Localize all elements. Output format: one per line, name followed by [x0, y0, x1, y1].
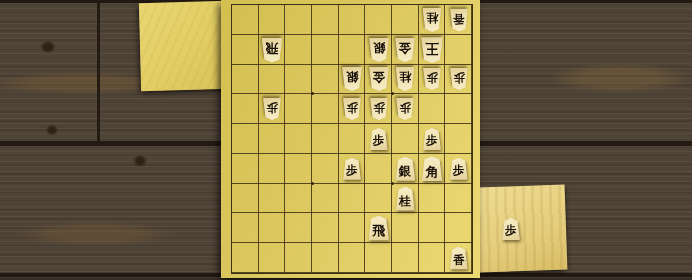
koma-pawn-5f[interactable]: 歩 [343, 158, 361, 180]
shogi-photo-scene: 香桂飛銀金王銀金桂歩歩歩歩歩歩歩歩歩銀角歩桂飛香歩 [0, 0, 692, 280]
koma-glyph: 香 [453, 12, 465, 24]
koma-glyph: 飛 [266, 41, 279, 54]
koma-pawn-4d[interactable]: 歩 [370, 98, 388, 120]
koma-glyph: 銀 [399, 165, 412, 178]
koma-body: 銀 [342, 67, 362, 91]
koma-pawn-2e[interactable]: 歩 [423, 128, 441, 150]
koma-bishop-2f[interactable]: 角 [422, 156, 443, 181]
koma-glyph: 歩 [453, 72, 465, 84]
koma-lance-1i[interactable]: 香 [450, 247, 468, 270]
koma-glyph: 歩 [400, 101, 412, 113]
koma-king-2b[interactable]: 王 [421, 37, 443, 63]
koma-body: 歩 [343, 98, 361, 120]
koma-body: 歩 [423, 68, 441, 90]
koma-body: 歩 [450, 158, 468, 180]
koma-body: 歩 [370, 98, 388, 120]
koma-body: 歩 [370, 128, 388, 150]
koma-body: 金 [369, 67, 389, 91]
koma-silver-4b[interactable]: 銀 [369, 38, 389, 62]
koma-body: 銀 [369, 38, 389, 62]
koma-knight-2a[interactable]: 桂 [423, 8, 442, 32]
koma-rook-8b[interactable]: 飛 [262, 37, 283, 62]
koma-glyph: 王 [425, 41, 439, 55]
koma-knight-3c[interactable]: 桂 [396, 67, 415, 91]
koma-body: 歩 [502, 218, 520, 240]
koma-body: 歩 [263, 98, 281, 120]
koma-pawn-1c[interactable]: 歩 [450, 68, 468, 90]
star-point [391, 182, 394, 185]
koma-gold-4c[interactable]: 金 [369, 67, 389, 91]
koma-glyph: 歩 [373, 135, 385, 147]
koma-pawn-2c[interactable]: 歩 [423, 68, 441, 90]
koma-body: 金 [395, 38, 415, 62]
star-point [391, 92, 394, 95]
koma-pawn-4e[interactable]: 歩 [370, 128, 388, 150]
koma-body: 飛 [262, 37, 283, 62]
koma-body: 角 [422, 156, 443, 181]
koma-body: 香 [450, 247, 468, 270]
koma-glyph: 銀 [346, 71, 359, 84]
koma-silver-5c[interactable]: 銀 [342, 67, 362, 91]
plank-seam [97, 3, 100, 141]
koma-glyph: 金 [372, 71, 385, 84]
koma-body: 歩 [423, 128, 441, 150]
koma-stand-gote [139, 1, 229, 91]
koma-pawn-5d[interactable]: 歩 [343, 98, 361, 120]
koma-body: 香 [450, 8, 468, 31]
koma-body: 歩 [343, 158, 361, 180]
koma-glyph: 香 [453, 254, 465, 266]
koma-glyph: 歩 [373, 101, 385, 113]
koma-lance-1a[interactable]: 香 [450, 8, 468, 31]
star-point [311, 182, 314, 185]
koma-glyph: 銀 [372, 41, 385, 54]
koma-rook-4h[interactable]: 飛 [368, 216, 389, 241]
koma-knight-3g[interactable]: 桂 [396, 187, 415, 211]
star-point [311, 92, 314, 95]
koma-body: 歩 [450, 68, 468, 90]
koma-glyph: 歩 [346, 101, 358, 113]
koma-glyph: 飛 [372, 224, 385, 237]
koma-body: 桂 [423, 8, 442, 32]
koma-gold-3b[interactable]: 金 [395, 38, 415, 62]
koma-glyph: 角 [426, 164, 439, 177]
koma-glyph: 歩 [426, 72, 438, 84]
koma-glyph: 歩 [346, 165, 358, 177]
koma-glyph: 歩 [453, 165, 465, 177]
koma-glyph: 金 [399, 41, 412, 54]
koma-glyph: 歩 [505, 225, 517, 237]
koma-pawn-8d[interactable]: 歩 [263, 98, 281, 120]
koma-stand-sente [477, 184, 568, 272]
koma-body: 桂 [396, 187, 415, 211]
koma-body: 王 [421, 37, 443, 63]
koma-body: 桂 [396, 67, 415, 91]
koma-silver-3f[interactable]: 銀 [395, 157, 415, 181]
koma-glyph: 桂 [426, 12, 438, 24]
koma-glyph: 桂 [399, 71, 411, 83]
koma-glyph: 桂 [399, 195, 411, 207]
koma-body: 銀 [395, 157, 415, 181]
koma-pawn-in-hand[interactable]: 歩 [502, 218, 520, 240]
koma-pawn-1f[interactable]: 歩 [450, 158, 468, 180]
koma-body: 飛 [368, 216, 389, 241]
koma-glyph: 歩 [426, 135, 438, 147]
koma-glyph: 歩 [266, 101, 278, 113]
koma-pawn-3d[interactable]: 歩 [396, 98, 414, 120]
koma-body: 歩 [396, 98, 414, 120]
